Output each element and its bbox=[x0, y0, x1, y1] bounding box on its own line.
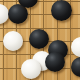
stone-black[interactable] bbox=[51, 0, 72, 21]
stone-black[interactable] bbox=[45, 52, 65, 72]
stone-white[interactable] bbox=[21, 59, 41, 79]
stone-black[interactable] bbox=[29, 29, 49, 49]
go-app-icon bbox=[0, 0, 80, 80]
stone-white[interactable] bbox=[3, 31, 23, 51]
go-board[interactable] bbox=[0, 0, 80, 80]
